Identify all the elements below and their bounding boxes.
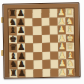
square-h4[interactable] (41, 9, 49, 18)
square-g4[interactable] (41, 17, 49, 26)
square-e3[interactable] (50, 34, 58, 43)
square-h3[interactable] (49, 9, 57, 18)
square-b5[interactable] (34, 60, 42, 69)
chess-set-photo: ♜♟♟♜♞♟♟♞♝♟♟♝♚♟♟♚♛♟♟♛♝♟♟♝♞♟♟♞♜♟♟♜ (0, 0, 84, 84)
square-a4[interactable] (42, 68, 50, 77)
square-a5[interactable] (34, 68, 42, 77)
square-d6[interactable] (25, 43, 33, 52)
square-c4[interactable] (42, 51, 50, 60)
white-pawn[interactable]: ♟ (58, 68, 66, 77)
square-h6[interactable] (25, 9, 33, 18)
black-pawn[interactable]: ♟ (18, 68, 26, 77)
square-a3[interactable] (50, 68, 58, 77)
square-b6[interactable] (26, 60, 34, 69)
square-a6[interactable] (26, 69, 34, 78)
black-rook[interactable]: ♜ (10, 68, 18, 77)
square-g6[interactable] (25, 18, 33, 27)
square-e6[interactable] (25, 35, 33, 44)
square-e5[interactable] (33, 35, 41, 44)
square-f6[interactable] (25, 26, 33, 35)
square-a7[interactable]: ♟ (18, 69, 26, 78)
square-c6[interactable] (25, 52, 33, 61)
square-a2[interactable]: ♟ (58, 68, 66, 77)
square-f4[interactable] (41, 26, 49, 35)
square-b3[interactable] (50, 60, 58, 69)
square-g3[interactable] (49, 17, 57, 26)
square-e4[interactable] (41, 34, 49, 43)
square-c5[interactable] (34, 51, 42, 60)
square-c3[interactable] (50, 51, 58, 60)
square-d3[interactable] (50, 43, 58, 52)
chess-board: ♜♟♟♜♞♟♟♞♝♟♟♝♚♟♟♚♛♟♟♛♝♟♟♝♞♟♟♞♜♟♟♜ (2, 2, 80, 78)
square-g5[interactable] (33, 18, 41, 27)
square-f5[interactable] (33, 26, 41, 35)
square-d5[interactable] (33, 43, 41, 52)
white-rook[interactable]: ♜ (67, 67, 75, 76)
square-h5[interactable] (33, 9, 41, 18)
board-squares: ♜♟♟♜♞♟♟♞♝♟♟♝♚♟♟♚♛♟♟♛♝♟♟♝♞♟♟♞♜♟♟♜ (7, 7, 75, 73)
square-d4[interactable] (42, 43, 50, 52)
square-a8[interactable]: ♜ (9, 69, 17, 78)
square-f3[interactable] (49, 26, 57, 35)
square-b4[interactable] (42, 60, 50, 69)
square-a1[interactable]: ♜ (66, 68, 74, 77)
